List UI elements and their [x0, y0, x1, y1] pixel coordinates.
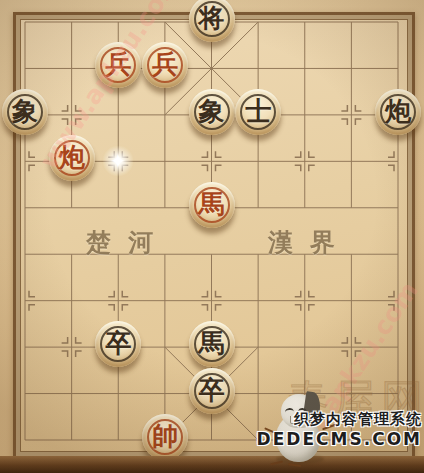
table-edge: [0, 456, 424, 473]
credit-watermark: 织梦内容管理系统 DEDECMS.COM: [257, 410, 422, 450]
piece-black-general[interactable]: 将: [189, 0, 235, 42]
piece-red-pawn-2[interactable]: 兵: [142, 42, 188, 88]
river-label-right: 漢界: [268, 226, 352, 259]
piece-glyph: 卒: [105, 330, 131, 356]
piece-red-cannon[interactable]: 炮: [49, 135, 95, 181]
piece-glyph: 兵: [152, 51, 178, 77]
xiangqi-game-screen: 楚河 漢界 将兵兵象象士炮炮馬卒馬卒帥 ✦ www.apkzu.com www.…: [0, 0, 424, 473]
piece-glyph: 炮: [59, 144, 85, 170]
piece-glyph: 士: [245, 98, 271, 124]
piece-glyph: 馬: [199, 191, 225, 217]
piece-glyph: 卒: [199, 377, 225, 403]
piece-black-elephant-2[interactable]: 象: [189, 89, 235, 135]
piece-glyph: 馬: [199, 330, 225, 356]
piece-glyph: 帥: [152, 423, 178, 449]
piece-red-horse[interactable]: 馬: [189, 182, 235, 228]
piece-glyph: 将: [199, 5, 225, 31]
piece-glyph: 炮: [385, 98, 411, 124]
piece-red-general[interactable]: 帥: [142, 414, 188, 460]
piece-black-horse[interactable]: 馬: [189, 321, 235, 367]
piece-glyph: 兵: [105, 51, 131, 77]
piece-black-elephant-1[interactable]: 象: [2, 89, 48, 135]
piece-black-pawn-2[interactable]: 卒: [189, 368, 235, 414]
river-label-left: 楚河: [86, 226, 170, 259]
piece-glyph: 象: [199, 98, 225, 124]
credit-line2: DEDECMS.COM: [257, 429, 422, 450]
piece-glyph: 象: [12, 98, 38, 124]
piece-black-advisor[interactable]: 士: [235, 89, 281, 135]
credit-line1: 织梦内容管理系统: [257, 410, 422, 429]
piece-black-cannon[interactable]: 炮: [375, 89, 421, 135]
